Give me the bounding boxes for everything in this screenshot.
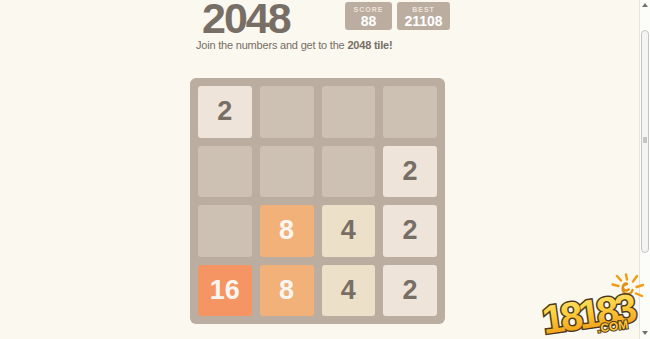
- logo-suffix: .COM: [596, 317, 629, 335]
- tile-4: 4: [322, 205, 376, 257]
- board-grid: 2284216842: [190, 78, 445, 324]
- tile-16: 16: [198, 265, 252, 317]
- subtitle-text: Join the numbers and get to the: [196, 39, 347, 51]
- tile-2: 2: [383, 265, 437, 317]
- empty-cell: [198, 146, 252, 198]
- tile-2: 2: [383, 205, 437, 257]
- scrollbar-thumb[interactable]: [641, 30, 649, 253]
- scroll-up-arrow-icon[interactable]: [642, 3, 648, 7]
- empty-cell: [260, 86, 314, 138]
- empty-cell: [260, 146, 314, 198]
- score-box: SCORE 88: [345, 2, 392, 30]
- best-box: BEST 21108: [397, 2, 450, 30]
- empty-cell: [322, 86, 376, 138]
- logo-18183-graphic: 18183 .COM: [538, 272, 650, 338]
- tile-2: 2: [383, 146, 437, 198]
- scrollbar-grip: [643, 137, 647, 143]
- game-title: 2048: [202, 0, 290, 40]
- best-value: 21108: [401, 14, 446, 29]
- subtitle: Join the numbers and get to the 2048 til…: [196, 39, 392, 51]
- empty-cell: [198, 205, 252, 257]
- subtitle-goal: 2048 tile!: [347, 39, 392, 51]
- empty-cell: [322, 146, 376, 198]
- empty-cell: [383, 86, 437, 138]
- tile-8: 8: [260, 205, 314, 257]
- score-panel: SCORE 88 BEST 21108: [345, 2, 450, 30]
- tile-8: 8: [260, 265, 314, 317]
- tile-4: 4: [322, 265, 376, 317]
- score-value: 88: [349, 14, 388, 29]
- watermark-logo-18183: 18183 .COM: [538, 272, 650, 338]
- tile-2: 2: [198, 86, 252, 138]
